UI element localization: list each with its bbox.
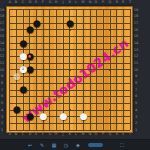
- coord-label-top: Q: [107, 0, 112, 4]
- coord-label-top: J: [61, 0, 66, 4]
- coord-label-bottom: F: [41, 132, 46, 136]
- coord-label-left: 9: [0, 74, 5, 78]
- coord-label-right: 10: [134, 68, 139, 72]
- coord-label-left: 10: [0, 68, 5, 72]
- coord-label-left: 12: [0, 54, 5, 58]
- coord-label-left: 7: [0, 88, 5, 92]
- move-number-label: 2: [20, 68, 26, 71]
- board-grid-line: [96, 9, 97, 130]
- black-stone-d10[interactable]: ●: [26, 66, 33, 73]
- coord-label-left: 5: [0, 101, 5, 105]
- coord-label-right: 7: [134, 88, 139, 92]
- coord-label-bottom: C: [21, 132, 26, 136]
- coord-label-left: 14: [0, 41, 5, 45]
- coord-label-left: 8: [0, 81, 5, 85]
- coord-label-left: 13: [0, 48, 5, 52]
- undo-icon[interactable]: ↩: [27, 142, 33, 148]
- board-grid-line: [9, 96, 130, 97]
- coord-label-bottom: H: [54, 132, 59, 136]
- coord-label-right: 2: [134, 121, 139, 125]
- white-stone-c12[interactable]: ●: [20, 53, 27, 60]
- black-stone-c7[interactable]: ●: [20, 86, 27, 93]
- white-stone-m3[interactable]: ●: [80, 113, 87, 120]
- coord-label-bottom: L: [74, 132, 79, 136]
- coord-label-right: 11: [134, 61, 139, 65]
- coord-label-right: 6: [134, 94, 139, 98]
- coord-label-left: 3: [0, 115, 5, 119]
- coord-label-left: 15: [0, 34, 5, 38]
- coord-label-top: T: [127, 0, 132, 4]
- board-grid-line: [9, 83, 130, 84]
- coord-label-top: O: [94, 0, 99, 4]
- board-grid-line: [9, 103, 130, 104]
- ghost-white-stone-b9[interactable]: ●: [13, 73, 20, 80]
- board-grid-line: [90, 9, 91, 130]
- board-grid-line: [9, 130, 130, 131]
- coord-label-left: 4: [0, 108, 5, 112]
- coord-label-bottom: S: [121, 132, 126, 136]
- hoshi-point: [69, 109, 71, 111]
- bottom-toolbar: ↩✎▦◷◈⛶: [0, 140, 150, 150]
- coord-label-right: 19: [134, 8, 139, 12]
- hoshi-point: [69, 29, 71, 31]
- coord-label-left: 11: [0, 61, 5, 65]
- clock-icon[interactable]: ◷: [63, 142, 69, 148]
- board-grid-line: [9, 90, 130, 91]
- coord-label-bottom: P: [101, 132, 106, 136]
- coord-label-bottom: K: [67, 132, 72, 136]
- marker-icon[interactable]: ◈: [75, 142, 81, 148]
- board-grid-line: [123, 9, 124, 130]
- hoshi-point: [109, 29, 111, 31]
- coord-label-right: 14: [134, 41, 139, 45]
- go-app-screen: www.todo1024.cn ↩✎▦◷◈⛶ AABBCCDDEEFFGGHHJ…: [0, 0, 150, 150]
- grid-tool-icon[interactable]: ▦: [51, 142, 57, 148]
- coord-label-right: 15: [134, 34, 139, 38]
- board-grid-line: [103, 9, 104, 130]
- coord-label-left: 19: [0, 8, 5, 12]
- white-stone-j3[interactable]: ●: [60, 113, 67, 120]
- coord-label-bottom: B: [14, 132, 19, 136]
- coord-label-bottom: O: [94, 132, 99, 136]
- coord-label-left: 6: [0, 94, 5, 98]
- black-stone-d3[interactable]: ●: [26, 113, 33, 120]
- board-grid-line: [9, 76, 130, 77]
- coord-label-bottom: M: [81, 132, 86, 136]
- coord-label-bottom: N: [87, 132, 92, 136]
- coord-label-bottom: D: [27, 132, 32, 136]
- coord-label-bottom: E: [34, 132, 39, 136]
- white-stone-f3[interactable]: ●: [40, 113, 47, 120]
- pencil-icon[interactable]: ✎: [39, 142, 45, 148]
- black-stone-b4[interactable]: ●: [13, 106, 20, 113]
- coord-label-top: C: [21, 0, 26, 4]
- coord-label-left: 2: [0, 121, 5, 125]
- board-grid-line: [76, 9, 77, 130]
- coord-label-left: 1: [0, 128, 5, 132]
- coord-label-bottom: G: [47, 132, 52, 136]
- board-grid-line: [116, 9, 117, 130]
- coord-label-left: 18: [0, 14, 5, 18]
- moves-pill[interactable]: [88, 143, 103, 147]
- coord-label-top: E: [34, 0, 39, 4]
- coord-label-top: H: [54, 0, 59, 4]
- coord-label-right: 5: [134, 101, 139, 105]
- coord-label-top: A: [7, 0, 12, 4]
- coord-label-bottom: J: [61, 132, 66, 136]
- coord-label-top: R: [114, 0, 119, 4]
- coord-label-right: 9: [134, 74, 139, 78]
- coord-label-right: 4: [134, 108, 139, 112]
- coord-label-right: 12: [134, 54, 139, 58]
- coord-label-right: 8: [134, 81, 139, 85]
- coord-label-top: P: [101, 0, 106, 4]
- coord-label-top: N: [87, 0, 92, 4]
- hoshi-point: [69, 69, 71, 71]
- coord-label-top: L: [74, 0, 79, 4]
- coord-label-top: F: [41, 0, 46, 4]
- fullscreen-icon[interactable]: ⛶: [119, 142, 125, 148]
- coord-label-right: 18: [134, 14, 139, 18]
- coord-label-bottom: Q: [107, 132, 112, 136]
- coord-label-top: M: [81, 0, 86, 4]
- coord-label-right: 1: [134, 128, 139, 132]
- coord-label-left: 17: [0, 21, 5, 25]
- coord-label-top: K: [67, 0, 72, 4]
- coord-label-top: D: [27, 0, 32, 4]
- coord-label-bottom: R: [114, 132, 119, 136]
- coord-label-right: 16: [134, 28, 139, 32]
- coord-label-right: 13: [134, 48, 139, 52]
- board-grid-line: [9, 123, 130, 124]
- coord-label-right: 17: [134, 21, 139, 25]
- black-stone-k17[interactable]: ●: [66, 20, 73, 27]
- coord-label-top: G: [47, 0, 52, 4]
- board-grid-line: [130, 9, 131, 130]
- coord-label-top: S: [121, 0, 126, 4]
- coord-label-left: 16: [0, 28, 5, 32]
- coord-label-right: 3: [134, 115, 139, 119]
- hoshi-point: [109, 109, 111, 111]
- coord-label-bottom: T: [127, 132, 132, 136]
- coord-label-bottom: A: [7, 132, 12, 136]
- black-stone-d16[interactable]: ●: [26, 26, 33, 33]
- black-stone-c14[interactable]: ●: [20, 40, 27, 47]
- hoshi-point: [109, 69, 111, 71]
- coord-label-top: B: [14, 0, 19, 4]
